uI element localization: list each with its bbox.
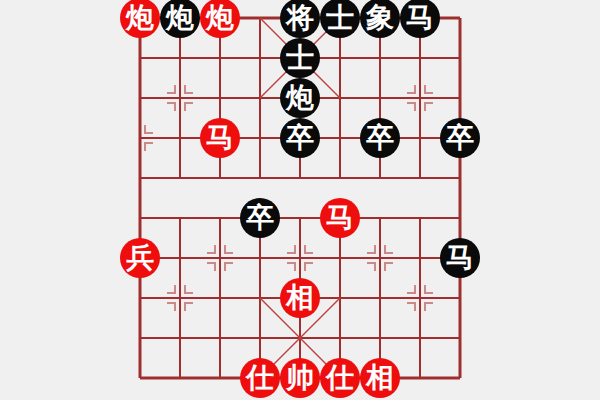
red-advisor[interactable]: 仕 [320, 358, 360, 398]
black-elephant[interactable]: 象 [360, 0, 400, 38]
red-elephant[interactable]: 相 [280, 278, 320, 318]
red-cannon[interactable]: 炮 [120, 0, 160, 38]
black-cannon[interactable]: 炮 [280, 78, 320, 118]
red-general[interactable]: 帅 [280, 358, 320, 398]
black-advisor[interactable]: 士 [320, 0, 360, 38]
black-cannon[interactable]: 炮 [160, 0, 200, 38]
black-soldier[interactable]: 卒 [240, 198, 280, 238]
black-soldier[interactable]: 卒 [360, 118, 400, 158]
xiangqi-diagram: 炮炮炮将士象马士炮马卒卒卒卒马兵马相仕帅仕相 [0, 0, 600, 400]
red-horse[interactable]: 马 [200, 118, 240, 158]
red-cannon[interactable]: 炮 [200, 0, 240, 38]
black-soldier[interactable]: 卒 [280, 118, 320, 158]
black-horse[interactable]: 马 [400, 0, 440, 38]
red-soldier[interactable]: 兵 [120, 238, 160, 278]
black-horse[interactable]: 马 [440, 238, 480, 278]
red-horse[interactable]: 马 [320, 198, 360, 238]
red-advisor[interactable]: 仕 [240, 358, 280, 398]
black-advisor[interactable]: 士 [280, 38, 320, 78]
black-soldier[interactable]: 卒 [440, 118, 480, 158]
black-general[interactable]: 将 [280, 0, 320, 38]
board-grid[interactable]: 炮炮炮将士象马士炮马卒卒卒卒马兵马相仕帅仕相 [120, 0, 480, 398]
red-elephant[interactable]: 相 [360, 358, 400, 398]
